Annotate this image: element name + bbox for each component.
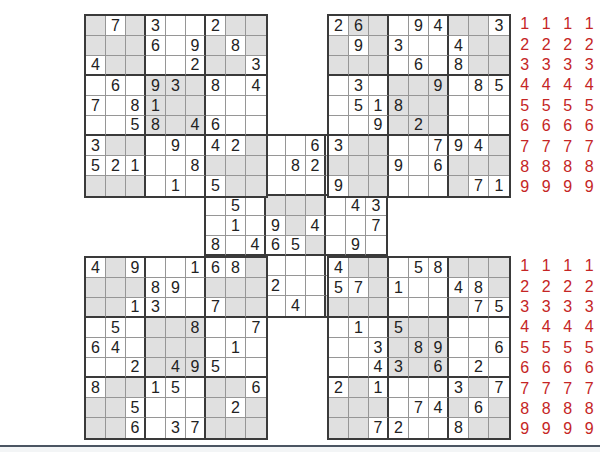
cell-bottom-left-r6c2[interactable] (106, 358, 126, 378)
cell-bottom-right-r5c8[interactable] (469, 338, 489, 358)
cell-bottom-right-r5c7[interactable] (449, 338, 469, 358)
cell-top-right-r9c3[interactable] (369, 176, 389, 196)
cell-top-right-r2c9[interactable] (489, 36, 509, 56)
cell-center-r2c6[interactable]: 2 (306, 156, 326, 176)
cell-bottom-left-r3c2[interactable] (106, 298, 126, 318)
cell-bottom-left-r1c4[interactable] (146, 258, 166, 278)
cell-bottom-left-r8c9[interactable] (246, 398, 266, 418)
cell-top-right-r1c9[interactable]: 3 (489, 16, 509, 36)
cell-top-left-r4c4[interactable]: 9 (146, 76, 166, 96)
cell-bottom-right-r3c4[interactable] (389, 298, 409, 318)
cell-top-left-r9c5[interactable]: 1 (166, 176, 186, 196)
cell-center-r5c9[interactable]: 7 (366, 216, 386, 236)
cell-center-r4c4[interactable] (266, 196, 286, 216)
cell-bottom-left-r4c8[interactable] (226, 318, 246, 338)
cell-bottom-left-r6c6[interactable]: 9 (186, 358, 206, 378)
cell-bottom-right-r4c6[interactable] (429, 318, 449, 338)
cell-top-right-r3c5[interactable]: 6 (409, 56, 429, 76)
cell-bottom-right-r6c9[interactable] (489, 358, 509, 378)
cell-top-left-r8c8[interactable] (226, 156, 246, 176)
cell-top-left-r1c5[interactable] (166, 16, 186, 36)
cell-center-r8c4[interactable]: 2 (266, 276, 286, 296)
cell-center-r4c6[interactable] (306, 196, 326, 216)
cell-center-r1c5[interactable] (286, 136, 306, 156)
cell-top-right-r9c6[interactable] (429, 176, 449, 196)
cell-bottom-right-r4c3[interactable] (369, 318, 389, 338)
cell-center-r6c2[interactable] (226, 236, 246, 256)
cell-bottom-left-r2c4[interactable]: 8 (146, 278, 166, 298)
cell-top-left-r6c7[interactable]: 6 (206, 116, 226, 136)
cell-bottom-right-r9c6[interactable] (429, 418, 449, 438)
cell-bottom-left-r8c2[interactable] (106, 398, 126, 418)
cell-bottom-left-r8c4[interactable] (146, 398, 166, 418)
cell-top-left-r8c2[interactable]: 2 (106, 156, 126, 176)
cell-top-right-r8c6[interactable]: 6 (429, 156, 449, 176)
cell-top-left-r1c4[interactable]: 3 (146, 16, 166, 36)
cell-bottom-right-r1c5[interactable]: 5 (409, 258, 429, 278)
cell-bottom-right-r3c5[interactable] (409, 298, 429, 318)
cell-bottom-left-r8c8[interactable]: 2 (226, 398, 246, 418)
cell-top-right-r2c6[interactable] (429, 36, 449, 56)
cell-bottom-right-r2c8[interactable]: 8 (469, 278, 489, 298)
cell-bottom-left-r9c6[interactable]: 7 (186, 418, 206, 438)
cell-top-left-r7c7[interactable]: 4 (206, 136, 226, 156)
cell-center-r9c5[interactable]: 4 (286, 296, 306, 316)
cell-bottom-left-r4c6[interactable]: 8 (186, 318, 206, 338)
cell-bottom-left-r9c4[interactable] (146, 418, 166, 438)
cell-bottom-right-r5c5[interactable]: 8 (409, 338, 429, 358)
cell-center-r5c7[interactable] (326, 216, 346, 236)
cell-top-left-r4c9[interactable]: 4 (246, 76, 266, 96)
cell-top-right-r3c2[interactable] (349, 56, 369, 76)
cell-bottom-left-r2c5[interactable]: 9 (166, 278, 186, 298)
cell-top-left-r6c4[interactable]: 8 (146, 116, 166, 136)
cell-bottom-left-r7c6[interactable] (186, 378, 206, 398)
cell-bottom-left-r5c6[interactable] (186, 338, 206, 358)
cell-bottom-left-r3c4[interactable]: 3 (146, 298, 166, 318)
cell-bottom-right-r2c6[interactable] (429, 278, 449, 298)
cell-center-r7c4[interactable] (266, 256, 286, 276)
cell-top-left-r9c9[interactable] (246, 176, 266, 196)
cell-bottom-right-r7c6[interactable] (429, 378, 449, 398)
cell-bottom-left-r9c5[interactable]: 3 (166, 418, 186, 438)
cell-bottom-left-r7c4[interactable]: 1 (146, 378, 166, 398)
cell-top-right-r8c7[interactable] (449, 156, 469, 176)
cell-top-right-r5c7[interactable] (449, 96, 469, 116)
cell-top-right-r9c7[interactable] (449, 176, 469, 196)
cell-center-r3c6[interactable] (306, 176, 326, 196)
cell-bottom-right-r1c4[interactable] (389, 258, 409, 278)
cell-bottom-left-r9c7[interactable] (206, 418, 226, 438)
cell-top-left-r5c5[interactable] (166, 96, 186, 116)
cell-top-left-r7c6[interactable] (186, 136, 206, 156)
cell-top-left-r2c6[interactable]: 9 (186, 36, 206, 56)
cell-bottom-left-r3c6[interactable] (186, 298, 206, 318)
cell-top-right-r8c1[interactable] (329, 156, 349, 176)
cell-center-r2c4[interactable] (266, 156, 286, 176)
cell-top-right-r6c2[interactable] (349, 116, 369, 136)
cell-bottom-right-r8c9[interactable] (489, 398, 509, 418)
cell-bottom-right-r2c7[interactable]: 4 (449, 278, 469, 298)
cell-top-left-r5c1[interactable]: 7 (86, 96, 106, 116)
cell-bottom-left-r7c1[interactable]: 8 (86, 378, 106, 398)
cell-bottom-left-r1c5[interactable] (166, 258, 186, 278)
cell-top-right-r3c3[interactable] (369, 56, 389, 76)
cell-bottom-right-r1c3[interactable] (369, 258, 389, 278)
cell-top-left-r3c7[interactable] (206, 56, 226, 76)
cell-bottom-right-r3c1[interactable] (329, 298, 349, 318)
cell-bottom-left-r5c4[interactable] (146, 338, 166, 358)
cell-bottom-left-r2c7[interactable] (206, 278, 226, 298)
cell-bottom-left-r9c3[interactable]: 6 (126, 418, 146, 438)
cell-top-left-r9c6[interactable] (186, 176, 206, 196)
cell-top-left-r8c5[interactable] (166, 156, 186, 176)
cell-top-left-r8c6[interactable]: 8 (186, 156, 206, 176)
cell-top-right-r7c5[interactable] (409, 136, 429, 156)
cell-top-left-r2c2[interactable] (106, 36, 126, 56)
cell-bottom-right-r5c1[interactable] (329, 338, 349, 358)
cell-bottom-right-r4c4[interactable]: 5 (389, 318, 409, 338)
cell-top-left-r6c5[interactable] (166, 116, 186, 136)
cell-top-right-r9c9[interactable]: 1 (489, 176, 509, 196)
cell-bottom-left-r6c3[interactable]: 2 (126, 358, 146, 378)
cell-bottom-right-r2c2[interactable]: 7 (349, 278, 369, 298)
cell-bottom-right-r2c5[interactable] (409, 278, 429, 298)
cell-bottom-right-r9c4[interactable]: 2 (389, 418, 409, 438)
cell-top-right-r4c9[interactable]: 5 (489, 76, 509, 96)
cell-top-right-r8c5[interactable] (409, 156, 429, 176)
cell-bottom-right-r7c9[interactable]: 7 (489, 378, 509, 398)
cell-bottom-right-r3c2[interactable] (349, 298, 369, 318)
cell-bottom-left-r5c1[interactable]: 6 (86, 338, 106, 358)
cell-top-right-r8c2[interactable] (349, 156, 369, 176)
cell-bottom-left-r4c3[interactable] (126, 318, 146, 338)
cell-top-left-r6c2[interactable] (106, 116, 126, 136)
cell-bottom-right-r1c6[interactable]: 8 (429, 258, 449, 278)
cell-bottom-left-r5c5[interactable] (166, 338, 186, 358)
cell-bottom-right-r8c5[interactable]: 7 (409, 398, 429, 418)
cell-top-left-r4c5[interactable]: 3 (166, 76, 186, 96)
cell-top-right-r6c3[interactable]: 9 (369, 116, 389, 136)
cell-top-right-r6c8[interactable] (469, 116, 489, 136)
cell-top-left-r8c4[interactable] (146, 156, 166, 176)
cell-bottom-left-r3c5[interactable] (166, 298, 186, 318)
cell-center-r8c5[interactable] (286, 276, 306, 296)
cell-bottom-left-r9c2[interactable] (106, 418, 126, 438)
cell-top-left-r3c5[interactable] (166, 56, 186, 76)
cell-top-left-r6c1[interactable] (86, 116, 106, 136)
cell-bottom-right-r7c3[interactable]: 1 (369, 378, 389, 398)
cell-top-left-r9c2[interactable] (106, 176, 126, 196)
cell-bottom-right-r6c8[interactable]: 2 (469, 358, 489, 378)
cell-bottom-right-r7c1[interactable]: 2 (329, 378, 349, 398)
cell-top-left-r5c6[interactable] (186, 96, 206, 116)
cell-bottom-right-r6c2[interactable] (349, 358, 369, 378)
cell-bottom-right-r1c7[interactable] (449, 258, 469, 278)
cell-top-right-r3c1[interactable] (329, 56, 349, 76)
cell-bottom-left-r1c1[interactable]: 4 (86, 258, 106, 278)
cell-top-left-r7c2[interactable] (106, 136, 126, 156)
cell-top-right-r2c5[interactable] (409, 36, 429, 56)
cell-top-left-r9c4[interactable] (146, 176, 166, 196)
cell-bottom-right-r7c2[interactable] (349, 378, 369, 398)
cell-top-left-r7c1[interactable]: 3 (86, 136, 106, 156)
cell-bottom-right-r6c6[interactable]: 6 (429, 358, 449, 378)
cell-top-right-r3c9[interactable] (489, 56, 509, 76)
cell-top-right-r3c8[interactable] (469, 56, 489, 76)
cell-top-left-r1c8[interactable] (226, 16, 246, 36)
cell-bottom-right-r6c5[interactable] (409, 358, 429, 378)
cell-top-right-r4c6[interactable]: 9 (429, 76, 449, 96)
cell-bottom-right-r3c7[interactable] (449, 298, 469, 318)
cell-bottom-right-r9c8[interactable] (469, 418, 489, 438)
cell-top-left-r8c1[interactable]: 5 (86, 156, 106, 176)
cell-bottom-left-r1c2[interactable] (106, 258, 126, 278)
cell-top-left-r2c3[interactable] (126, 36, 146, 56)
cell-bottom-right-r3c3[interactable] (369, 298, 389, 318)
cell-top-left-r3c2[interactable] (106, 56, 126, 76)
cell-center-r6c4[interactable]: 6 (266, 236, 286, 256)
cell-bottom-left-r3c8[interactable] (226, 298, 246, 318)
cell-center-r2c5[interactable]: 8 (286, 156, 306, 176)
cell-top-left-r3c3[interactable] (126, 56, 146, 76)
cell-bottom-right-r3c9[interactable]: 5 (489, 298, 509, 318)
cell-top-left-r8c7[interactable] (206, 156, 226, 176)
cell-bottom-left-r7c3[interactable] (126, 378, 146, 398)
cell-top-left-r3c9[interactable]: 3 (246, 56, 266, 76)
cell-top-right-r7c6[interactable]: 7 (429, 136, 449, 156)
cell-bottom-left-r8c3[interactable]: 5 (126, 398, 146, 418)
cell-top-right-r6c9[interactable] (489, 116, 509, 136)
cell-top-left-r4c6[interactable] (186, 76, 206, 96)
cell-bottom-right-r4c9[interactable] (489, 318, 509, 338)
cell-center-r5c3[interactable] (246, 216, 266, 236)
cell-top-right-r4c7[interactable] (449, 76, 469, 96)
cell-top-right-r6c1[interactable] (329, 116, 349, 136)
cell-top-right-r7c1[interactable]: 3 (329, 136, 349, 156)
cell-top-left-r1c2[interactable]: 7 (106, 16, 126, 36)
cell-center-r6c1[interactable]: 8 (206, 236, 226, 256)
cell-bottom-right-r8c8[interactable]: 6 (469, 398, 489, 418)
cell-bottom-right-r7c7[interactable]: 3 (449, 378, 469, 398)
cell-top-right-r7c7[interactable]: 9 (449, 136, 469, 156)
cell-bottom-right-r8c2[interactable] (349, 398, 369, 418)
cell-top-left-r2c4[interactable]: 6 (146, 36, 166, 56)
cell-bottom-right-r9c3[interactable]: 7 (369, 418, 389, 438)
cell-bottom-right-r8c4[interactable] (389, 398, 409, 418)
cell-bottom-right-r5c4[interactable] (389, 338, 409, 358)
cell-top-right-r5c3[interactable]: 1 (369, 96, 389, 116)
cell-bottom-left-r6c5[interactable]: 4 (166, 358, 186, 378)
cell-top-right-r5c5[interactable] (409, 96, 429, 116)
cell-top-right-r5c4[interactable]: 8 (389, 96, 409, 116)
cell-top-left-r2c7[interactable] (206, 36, 226, 56)
cell-top-right-r1c2[interactable]: 6 (349, 16, 369, 36)
cell-top-left-r2c1[interactable] (86, 36, 106, 56)
cell-top-left-r5c3[interactable]: 8 (126, 96, 146, 116)
cell-center-r4c1[interactable] (206, 196, 226, 216)
cell-top-right-r1c6[interactable]: 4 (429, 16, 449, 36)
cell-bottom-right-r2c4[interactable]: 1 (389, 278, 409, 298)
cell-bottom-right-r5c2[interactable] (349, 338, 369, 358)
cell-top-left-r4c7[interactable]: 8 (206, 76, 226, 96)
cell-top-left-r5c7[interactable] (206, 96, 226, 116)
cell-bottom-right-r4c2[interactable]: 1 (349, 318, 369, 338)
cell-top-left-r7c9[interactable] (246, 136, 266, 156)
cell-center-r3c4[interactable] (266, 176, 286, 196)
cell-center-r4c5[interactable] (286, 196, 306, 216)
cell-bottom-left-r7c9[interactable]: 6 (246, 378, 266, 398)
cell-center-r6c9[interactable] (366, 236, 386, 256)
cell-bottom-right-r3c6[interactable] (429, 298, 449, 318)
cell-top-right-r8c4[interactable]: 9 (389, 156, 409, 176)
cell-top-right-r6c6[interactable] (429, 116, 449, 136)
cell-top-left-r8c3[interactable]: 1 (126, 156, 146, 176)
cell-bottom-left-r1c6[interactable]: 1 (186, 258, 206, 278)
cell-bottom-left-r4c9[interactable]: 7 (246, 318, 266, 338)
cell-bottom-left-r8c7[interactable] (206, 398, 226, 418)
cell-top-right-r2c2[interactable]: 9 (349, 36, 369, 56)
cell-top-right-r6c4[interactable] (389, 116, 409, 136)
cell-center-r4c8[interactable]: 4 (346, 196, 366, 216)
cell-top-left-r7c5[interactable]: 9 (166, 136, 186, 156)
cell-bottom-left-r7c5[interactable]: 5 (166, 378, 186, 398)
cell-center-r9c6[interactable] (306, 296, 326, 316)
cell-bottom-right-r6c7[interactable] (449, 358, 469, 378)
cell-top-left-r2c8[interactable]: 8 (226, 36, 246, 56)
cell-top-left-r4c8[interactable] (226, 76, 246, 96)
cell-top-right-r8c9[interactable] (489, 156, 509, 176)
cell-bottom-right-r4c1[interactable] (329, 318, 349, 338)
cell-center-r8c6[interactable] (306, 276, 326, 296)
cell-bottom-left-r2c6[interactable] (186, 278, 206, 298)
cell-bottom-left-r5c2[interactable]: 4 (106, 338, 126, 358)
cell-top-right-r1c7[interactable] (449, 16, 469, 36)
cell-top-left-r1c3[interactable] (126, 16, 146, 36)
cell-bottom-left-r1c9[interactable] (246, 258, 266, 278)
cell-top-left-r6c3[interactable]: 5 (126, 116, 146, 136)
cell-center-r4c3[interactable] (246, 196, 266, 216)
cell-top-right-r4c3[interactable] (369, 76, 389, 96)
cell-top-right-r2c4[interactable]: 3 (389, 36, 409, 56)
cell-bottom-left-r1c7[interactable]: 6 (206, 258, 226, 278)
cell-top-right-r9c5[interactable] (409, 176, 429, 196)
cell-bottom-left-r7c7[interactable] (206, 378, 226, 398)
cell-bottom-right-r4c5[interactable] (409, 318, 429, 338)
cell-top-left-r2c9[interactable] (246, 36, 266, 56)
cell-bottom-right-r1c1[interactable]: 4 (329, 258, 349, 278)
cell-center-r7c6[interactable] (306, 256, 326, 276)
cell-top-right-r7c8[interactable]: 4 (469, 136, 489, 156)
cell-bottom-left-r8c1[interactable] (86, 398, 106, 418)
cell-top-left-r6c6[interactable]: 4 (186, 116, 206, 136)
cell-bottom-right-r7c8[interactable] (469, 378, 489, 398)
cell-bottom-left-r5c9[interactable] (246, 338, 266, 358)
cell-top-right-r8c3[interactable] (369, 156, 389, 176)
cell-center-r7c5[interactable] (286, 256, 306, 276)
cell-center-r6c5[interactable]: 5 (286, 236, 306, 256)
cell-bottom-right-r8c6[interactable]: 4 (429, 398, 449, 418)
cell-top-left-r5c9[interactable] (246, 96, 266, 116)
cell-bottom-right-r8c1[interactable] (329, 398, 349, 418)
cell-bottom-left-r6c8[interactable] (226, 358, 246, 378)
cell-bottom-left-r6c9[interactable] (246, 358, 266, 378)
cell-top-left-r6c8[interactable] (226, 116, 246, 136)
cell-top-left-r1c9[interactable] (246, 16, 266, 36)
cell-top-right-r4c1[interactable] (329, 76, 349, 96)
cell-bottom-right-r4c7[interactable] (449, 318, 469, 338)
cell-bottom-right-r1c9[interactable] (489, 258, 509, 278)
cell-bottom-left-r2c8[interactable] (226, 278, 246, 298)
cell-bottom-right-r6c4[interactable]: 3 (389, 358, 409, 378)
cell-bottom-left-r9c1[interactable] (86, 418, 106, 438)
cell-bottom-left-r2c1[interactable] (86, 278, 106, 298)
cell-bottom-left-r3c1[interactable] (86, 298, 106, 318)
cell-center-r3c5[interactable] (286, 176, 306, 196)
cell-center-r5c8[interactable] (346, 216, 366, 236)
cell-top-left-r1c7[interactable]: 2 (206, 16, 226, 36)
cell-bottom-left-r7c8[interactable] (226, 378, 246, 398)
cell-top-right-r9c1[interactable]: 9 (329, 176, 349, 196)
cell-top-left-r7c4[interactable] (146, 136, 166, 156)
cell-bottom-left-r2c3[interactable] (126, 278, 146, 298)
cell-top-right-r2c1[interactable] (329, 36, 349, 56)
cell-top-right-r1c5[interactable]: 9 (409, 16, 429, 36)
cell-bottom-right-r8c3[interactable] (369, 398, 389, 418)
cell-center-r1c4[interactable] (266, 136, 286, 156)
cell-bottom-right-r1c8[interactable] (469, 258, 489, 278)
cell-top-right-r5c8[interactable] (469, 96, 489, 116)
cell-bottom-right-r2c1[interactable]: 5 (329, 278, 349, 298)
cell-top-left-r1c6[interactable] (186, 16, 206, 36)
cell-center-r4c9[interactable]: 3 (366, 196, 386, 216)
cell-top-right-r7c3[interactable] (369, 136, 389, 156)
cell-bottom-right-r8c7[interactable] (449, 398, 469, 418)
cell-top-right-r1c3[interactable] (369, 16, 389, 36)
cell-top-left-r6c9[interactable] (246, 116, 266, 136)
cell-top-left-r4c3[interactable] (126, 76, 146, 96)
cell-top-right-r4c2[interactable]: 3 (349, 76, 369, 96)
cell-center-r5c4[interactable]: 9 (266, 216, 286, 236)
cell-bottom-right-r6c3[interactable]: 4 (369, 358, 389, 378)
cell-center-r9c4[interactable] (266, 296, 286, 316)
cell-center-r4c2[interactable]: 5 (226, 196, 246, 216)
cell-top-left-r5c2[interactable] (106, 96, 126, 116)
cell-top-right-r3c7[interactable]: 8 (449, 56, 469, 76)
cell-bottom-left-r6c4[interactable] (146, 358, 166, 378)
cell-bottom-left-r1c3[interactable]: 9 (126, 258, 146, 278)
cell-bottom-left-r4c4[interactable] (146, 318, 166, 338)
cell-top-right-r4c4[interactable] (389, 76, 409, 96)
cell-center-r6c6[interactable] (306, 236, 326, 256)
cell-bottom-left-r7c2[interactable] (106, 378, 126, 398)
cell-top-left-r7c8[interactable]: 2 (226, 136, 246, 156)
cell-top-right-r5c9[interactable] (489, 96, 509, 116)
cell-center-r1c6[interactable]: 6 (306, 136, 326, 156)
cell-bottom-left-r1c8[interactable]: 8 (226, 258, 246, 278)
cell-bottom-left-r6c7[interactable]: 5 (206, 358, 226, 378)
cell-top-left-r5c8[interactable] (226, 96, 246, 116)
cell-top-right-r3c6[interactable] (429, 56, 449, 76)
cell-top-right-r5c1[interactable] (329, 96, 349, 116)
cell-top-right-r1c4[interactable] (389, 16, 409, 36)
cell-top-right-r9c8[interactable]: 7 (469, 176, 489, 196)
cell-bottom-left-r6c1[interactable] (86, 358, 106, 378)
cell-center-r6c8[interactable]: 9 (346, 236, 366, 256)
cell-bottom-right-r2c3[interactable] (369, 278, 389, 298)
cell-bottom-left-r4c1[interactable] (86, 318, 106, 338)
cell-bottom-right-r5c3[interactable]: 3 (369, 338, 389, 358)
